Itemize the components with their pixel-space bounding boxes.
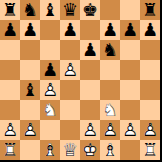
white-king-glyph: ♚ <box>80 140 100 160</box>
square-f1[interactable]: ♝♗ <box>100 140 120 160</box>
piece-black-pawn[interactable]: ♟ <box>100 20 120 40</box>
piece-black-pawn[interactable]: ♟ <box>20 20 40 40</box>
square-b3[interactable] <box>20 100 40 120</box>
square-a1[interactable]: ♜♖ <box>0 140 20 160</box>
square-g3[interactable] <box>120 100 140 120</box>
square-g5[interactable] <box>120 60 140 80</box>
square-g4[interactable] <box>120 80 140 100</box>
piece-black-queen[interactable]: ♛ <box>60 0 80 20</box>
square-e8[interactable]: ♚ <box>80 0 100 20</box>
piece-white-bishop[interactable]: ♝♗ <box>100 140 120 160</box>
white-pawn-outline: ♙ <box>40 80 60 100</box>
square-d3[interactable] <box>60 100 80 120</box>
white-pawn-glyph: ♟ <box>40 80 60 100</box>
black-pawn-glyph: ♟ <box>100 20 120 40</box>
square-c4[interactable]: ♟♙ <box>40 80 60 100</box>
square-a6[interactable] <box>0 40 20 60</box>
piece-black-pawn[interactable]: ♟ <box>140 20 160 40</box>
square-b5[interactable] <box>20 60 40 80</box>
white-knight-glyph: ♞ <box>40 100 60 120</box>
square-f2[interactable]: ♟♙ <box>100 120 120 140</box>
black-pawn-glyph: ♟ <box>80 40 100 60</box>
square-d7[interactable]: ♟ <box>60 20 80 40</box>
black-rook-glyph: ♜ <box>140 0 160 20</box>
square-e3[interactable] <box>80 100 100 120</box>
piece-white-pawn[interactable]: ♟♙ <box>120 120 140 140</box>
square-e1[interactable]: ♚♔ <box>80 140 100 160</box>
white-pawn-glyph: ♟ <box>0 120 20 140</box>
piece-white-rook[interactable]: ♜♖ <box>0 140 20 160</box>
black-rook-glyph: ♜ <box>0 0 20 20</box>
white-pawn-glyph: ♟ <box>100 120 120 140</box>
square-b1[interactable] <box>20 140 40 160</box>
square-g6[interactable] <box>120 40 140 60</box>
piece-black-king[interactable]: ♚ <box>80 0 100 20</box>
white-pawn-glyph: ♟ <box>120 120 140 140</box>
white-rook-outline: ♖ <box>0 140 20 160</box>
piece-black-rook[interactable]: ♜ <box>0 0 20 20</box>
black-bishop-glyph: ♝ <box>40 0 60 20</box>
white-queen-glyph: ♛ <box>60 140 80 160</box>
black-pawn-glyph: ♟ <box>40 60 60 80</box>
square-a3[interactable] <box>0 100 20 120</box>
black-pawn-glyph: ♟ <box>120 20 140 40</box>
square-h8[interactable]: ♜ <box>140 0 160 20</box>
square-h4[interactable] <box>140 80 160 100</box>
black-king-glyph: ♚ <box>80 0 100 20</box>
piece-white-pawn[interactable]: ♟♙ <box>60 60 80 80</box>
black-knight-glyph: ♞ <box>100 40 120 60</box>
square-e4[interactable] <box>80 80 100 100</box>
square-d4[interactable] <box>60 80 80 100</box>
square-b2[interactable]: ♟♙ <box>20 120 40 140</box>
piece-white-pawn[interactable]: ♟♙ <box>40 80 60 100</box>
piece-white-knight[interactable]: ♞♘ <box>40 100 60 120</box>
white-pawn-glyph: ♟ <box>60 60 80 80</box>
square-b4[interactable]: ♝ <box>20 80 40 100</box>
white-queen-outline: ♕ <box>60 140 80 160</box>
black-knight-glyph: ♞ <box>20 0 40 20</box>
piece-white-pawn[interactable]: ♟♙ <box>20 120 40 140</box>
white-pawn-glyph: ♟ <box>80 120 100 140</box>
square-c2[interactable] <box>40 120 60 140</box>
white-pawn-outline: ♙ <box>80 120 100 140</box>
white-pawn-outline: ♙ <box>120 120 140 140</box>
square-d1[interactable]: ♛♕ <box>60 140 80 160</box>
black-queen-glyph: ♛ <box>60 0 80 20</box>
square-a5[interactable] <box>0 60 20 80</box>
white-pawn-outline: ♙ <box>20 120 40 140</box>
square-c7[interactable] <box>40 20 60 40</box>
black-pawn-glyph: ♟ <box>140 20 160 40</box>
piece-black-pawn[interactable]: ♟ <box>40 60 60 80</box>
white-rook-glyph: ♜ <box>0 140 20 160</box>
piece-white-pawn[interactable]: ♟♙ <box>140 120 160 140</box>
piece-black-knight[interactable]: ♞ <box>20 0 40 20</box>
square-d6[interactable] <box>60 40 80 60</box>
square-c6[interactable] <box>40 40 60 60</box>
black-pawn-glyph: ♟ <box>60 20 80 40</box>
white-king-outline: ♔ <box>80 140 100 160</box>
square-e2[interactable]: ♟♙ <box>80 120 100 140</box>
white-bishop-outline: ♗ <box>40 140 60 160</box>
square-f4[interactable] <box>100 80 120 100</box>
square-g7[interactable]: ♟ <box>120 20 140 40</box>
square-f3[interactable]: ♞♘ <box>100 100 120 120</box>
white-bishop-glyph: ♝ <box>100 140 120 160</box>
piece-black-pawn[interactable]: ♟ <box>0 20 20 40</box>
white-pawn-outline: ♙ <box>140 120 160 140</box>
square-c8[interactable]: ♝ <box>40 0 60 20</box>
piece-white-pawn[interactable]: ♟♙ <box>0 120 20 140</box>
white-bishop-outline: ♗ <box>100 140 120 160</box>
square-c1[interactable]: ♝♗ <box>40 140 60 160</box>
square-g8[interactable] <box>120 0 140 20</box>
piece-black-pawn[interactable]: ♟ <box>120 20 140 40</box>
piece-white-knight[interactable]: ♞♘ <box>100 100 120 120</box>
square-e5[interactable] <box>80 60 100 80</box>
piece-black-pawn[interactable]: ♟ <box>80 40 100 60</box>
square-h3[interactable] <box>140 100 160 120</box>
white-knight-glyph: ♞ <box>100 100 120 120</box>
black-pawn-glyph: ♟ <box>0 20 20 40</box>
piece-black-bishop[interactable]: ♝ <box>40 0 60 20</box>
piece-white-bishop[interactable]: ♝♗ <box>40 140 60 160</box>
square-f7[interactable]: ♟ <box>100 20 120 40</box>
square-d5[interactable]: ♟♙ <box>60 60 80 80</box>
square-h7[interactable]: ♟ <box>140 20 160 40</box>
square-h1[interactable]: ♜♖ <box>140 140 160 160</box>
square-a7[interactable]: ♟ <box>0 20 20 40</box>
white-pawn-outline: ♙ <box>100 120 120 140</box>
black-pawn-glyph: ♟ <box>20 20 40 40</box>
black-bishop-glyph: ♝ <box>20 80 40 100</box>
white-rook-outline: ♖ <box>140 140 160 160</box>
white-bishop-glyph: ♝ <box>40 140 60 160</box>
square-f6[interactable]: ♞ <box>100 40 120 60</box>
square-a4[interactable] <box>0 80 20 100</box>
square-f5[interactable] <box>100 60 120 80</box>
square-b6[interactable] <box>20 40 40 60</box>
square-h6[interactable] <box>140 40 160 60</box>
chess-board-frame: ♜♞♝♛♚♜♟♟♟♟♟♟♟♞♟♟♙♝♟♙♞♘♞♘♟♙♟♙♟♙♟♙♟♙♟♙♜♖♝♗… <box>0 0 162 162</box>
square-a8[interactable]: ♜ <box>0 0 20 20</box>
square-g2[interactable]: ♟♙ <box>120 120 140 140</box>
square-h5[interactable] <box>140 60 160 80</box>
piece-white-king[interactable]: ♚♔ <box>80 140 100 160</box>
white-knight-outline: ♘ <box>100 100 120 120</box>
piece-white-pawn[interactable]: ♟♙ <box>80 120 100 140</box>
square-a2[interactable]: ♟♙ <box>0 120 20 140</box>
square-f8[interactable] <box>100 0 120 20</box>
piece-black-rook[interactable]: ♜ <box>140 0 160 20</box>
square-d2[interactable] <box>60 120 80 140</box>
square-b8[interactable]: ♞ <box>20 0 40 20</box>
white-pawn-outline: ♙ <box>0 120 20 140</box>
square-h2[interactable]: ♟♙ <box>140 120 160 140</box>
piece-black-knight[interactable]: ♞ <box>100 40 120 60</box>
square-e7[interactable] <box>80 20 100 40</box>
piece-black-bishop[interactable]: ♝ <box>20 80 40 100</box>
piece-white-queen[interactable]: ♛♕ <box>60 140 80 160</box>
square-b7[interactable]: ♟ <box>20 20 40 40</box>
white-pawn-glyph: ♟ <box>140 120 160 140</box>
white-knight-outline: ♘ <box>40 100 60 120</box>
square-c5[interactable]: ♟ <box>40 60 60 80</box>
piece-white-rook[interactable]: ♜♖ <box>140 140 160 160</box>
white-rook-glyph: ♜ <box>140 140 160 160</box>
square-g1[interactable] <box>120 140 140 160</box>
piece-black-pawn[interactable]: ♟ <box>60 20 80 40</box>
white-pawn-glyph: ♟ <box>20 120 40 140</box>
chess-board: ♜♞♝♛♚♜♟♟♟♟♟♟♟♞♟♟♙♝♟♙♞♘♞♘♟♙♟♙♟♙♟♙♟♙♟♙♜♖♝♗… <box>0 0 160 160</box>
square-c3[interactable]: ♞♘ <box>40 100 60 120</box>
square-d8[interactable]: ♛ <box>60 0 80 20</box>
white-pawn-outline: ♙ <box>60 60 80 80</box>
piece-white-pawn[interactable]: ♟♙ <box>100 120 120 140</box>
square-e6[interactable]: ♟ <box>80 40 100 60</box>
